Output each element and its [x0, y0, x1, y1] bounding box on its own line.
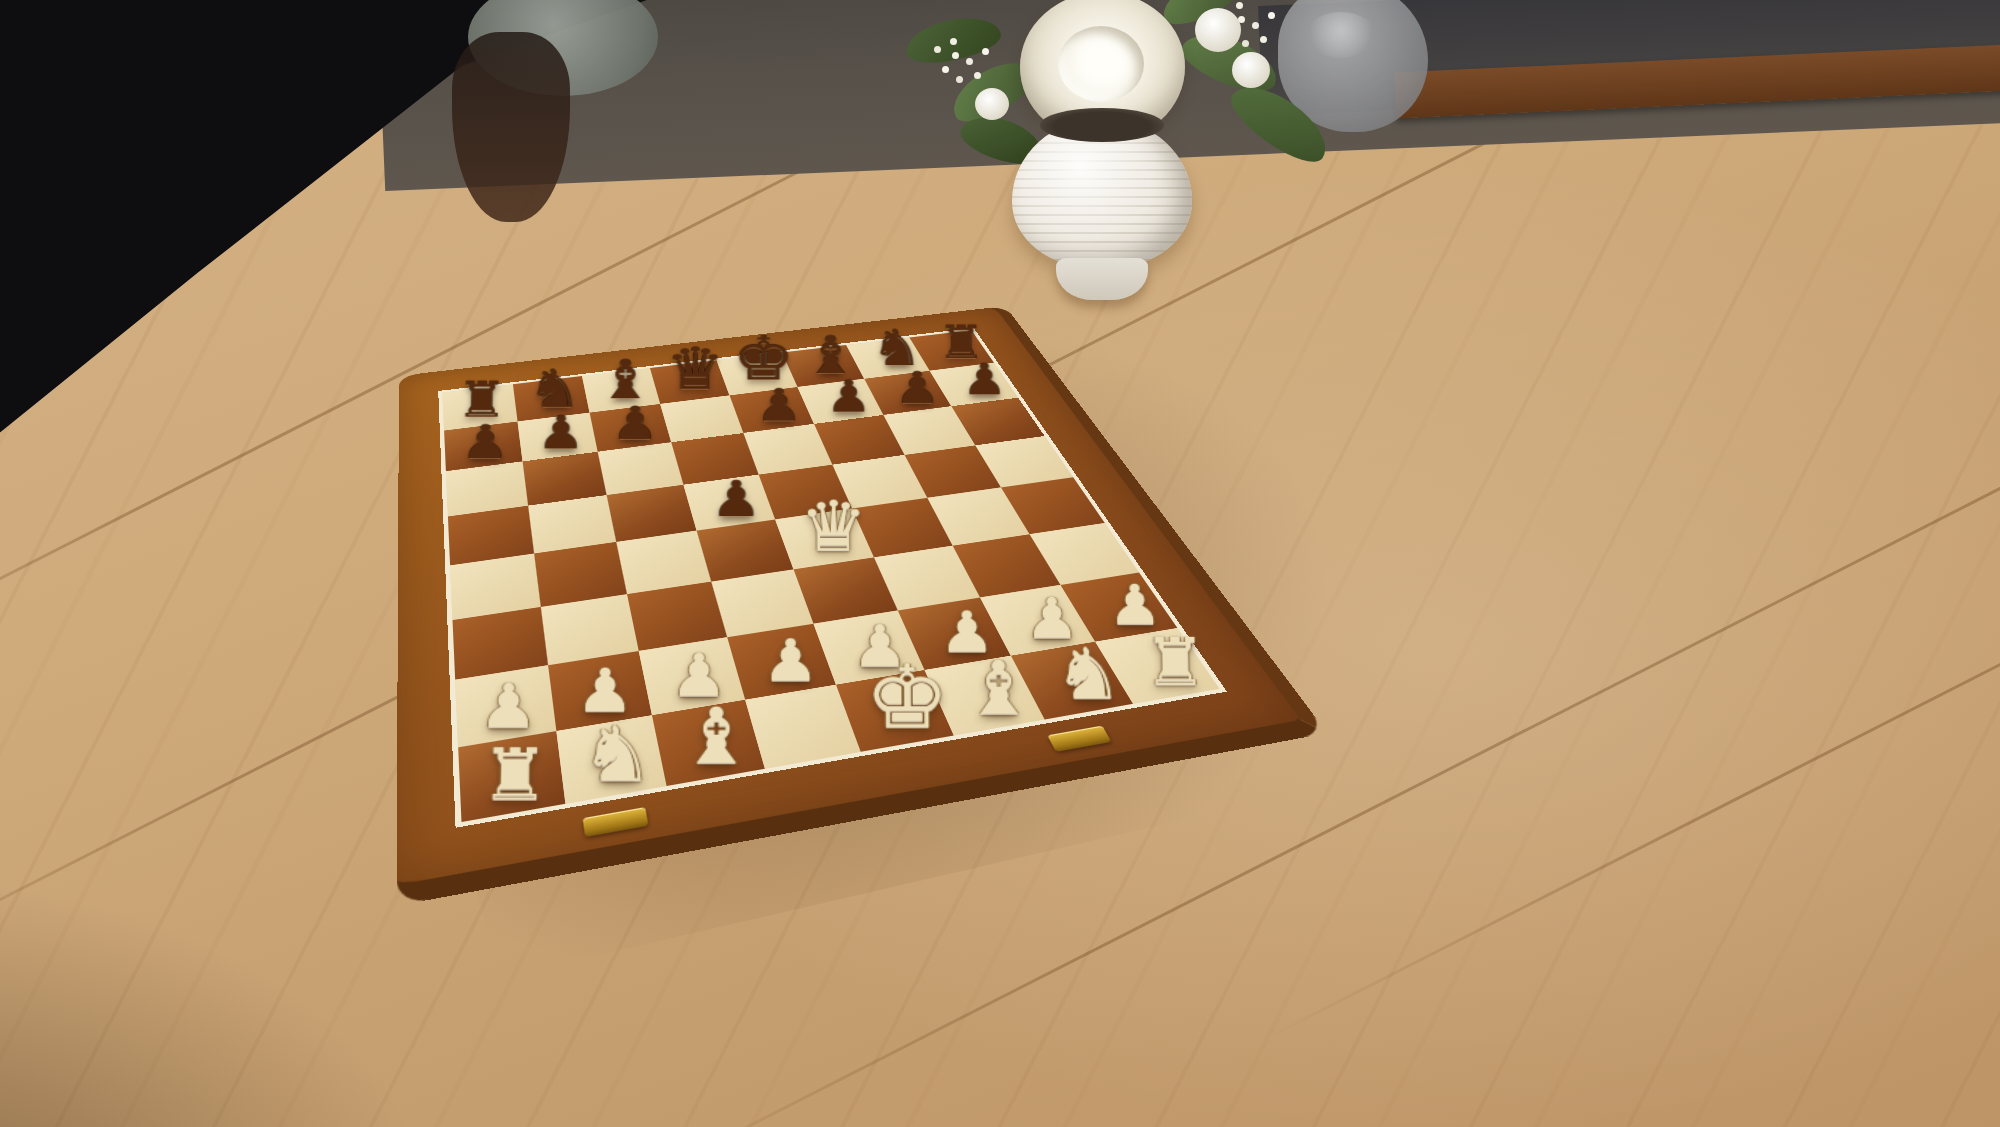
square-b5[interactable]: [528, 495, 616, 554]
brass-clasp[interactable]: [1047, 726, 1111, 752]
dark-floor-vase: [452, 32, 570, 222]
square-e4[interactable]: ♛: [775, 509, 874, 569]
piece-black-pawn-h7[interactable]: ♟: [962, 357, 1005, 400]
piece-white-king-e1[interactable]: ♚: [864, 655, 949, 742]
square-a6[interactable]: [446, 461, 528, 516]
piece-white-pawn-d2[interactable]: ♟: [762, 631, 819, 689]
piece-black-pawn-a7[interactable]: ♟: [461, 418, 508, 465]
square-c5[interactable]: [607, 484, 697, 541]
piece-white-bishop-f1[interactable]: ♝: [962, 651, 1035, 725]
piece-white-rook-a1[interactable]: ♜: [479, 739, 549, 811]
piece-black-pawn-e7[interactable]: ♟: [756, 383, 800, 428]
vase-opening: [1040, 108, 1164, 142]
white-flower-bud: [1232, 52, 1270, 88]
white-flower-bud: [1195, 8, 1241, 52]
square-b1[interactable]: ♞: [556, 715, 666, 804]
piece-white-knight-g1[interactable]: ♞: [1053, 639, 1123, 710]
square-c1[interactable]: ♝: [652, 699, 765, 786]
square-d5[interactable]: ♟: [683, 474, 775, 530]
piece-black-pawn-c7[interactable]: ♟: [612, 400, 657, 446]
white-flower-bud: [975, 88, 1009, 120]
piece-white-pawn-a2[interactable]: ♟: [478, 676, 538, 737]
piece-black-pawn-d5[interactable]: ♟: [711, 474, 760, 524]
square-b4[interactable]: [534, 542, 627, 607]
piece-black-pawn-b7[interactable]: ♟: [537, 409, 583, 455]
babys-breath-flowers: [952, 52, 959, 59]
square-a1[interactable]: ♜: [458, 731, 565, 822]
piece-white-rook-h1[interactable]: ♜: [1142, 630, 1206, 695]
table-plank-seam: [1260, 0, 2000, 1043]
photo-scene: ♜♞♝♛♚♝♞♜♟♟♟♟♟♟♟♟♛♟♟♟♟♟♟♟♟♜♞♝♚♝♞♜: [0, 0, 2000, 1127]
piece-white-bishop-c1[interactable]: ♝: [678, 698, 753, 775]
brass-clasp[interactable]: [582, 807, 648, 837]
square-f7[interactable]: ♟: [797, 379, 883, 424]
square-d8[interactable]: ♛: [650, 360, 729, 403]
piece-white-queen-e4[interactable]: ♛: [799, 492, 867, 561]
piece-white-knight-b1[interactable]: ♞: [579, 717, 653, 793]
square-a7[interactable]: ♟: [444, 421, 522, 471]
piece-black-queen-d8[interactable]: ♛: [666, 340, 724, 398]
piece-black-pawn-g7[interactable]: ♟: [895, 366, 939, 410]
piece-black-pawn-f7[interactable]: ♟: [826, 374, 870, 418]
